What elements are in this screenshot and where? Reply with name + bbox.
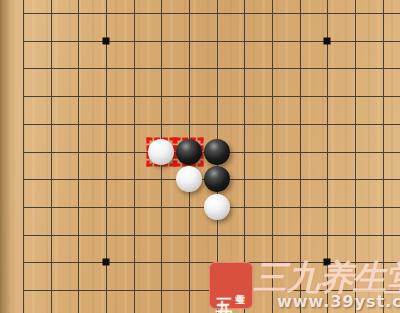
stone-white[interactable] [176, 166, 202, 192]
grid-line-horizontal [23, 41, 400, 42]
grid-line-vertical [355, 0, 356, 313]
grid-line-horizontal [23, 13, 400, 14]
star-point [103, 259, 110, 266]
stone-white[interactable] [148, 139, 174, 165]
grid-line-horizontal [23, 124, 400, 125]
seal-text-main: 三九 [216, 284, 233, 288]
watermark-url-text: www.39yst.com [277, 292, 400, 311]
grid-line-vertical [383, 0, 384, 313]
grid-line-vertical [78, 0, 79, 313]
grid-line-horizontal [23, 68, 400, 69]
stone-black[interactable] [204, 166, 230, 192]
go-board-screenshot: 三九 養生堂 三九养生堂 www.39yst.com [0, 0, 400, 313]
board-left-edge-shade [0, 0, 16, 313]
grid-line-vertical [23, 0, 24, 313]
star-point [103, 37, 110, 44]
grid-line-vertical [51, 0, 52, 313]
grid-line-vertical [300, 0, 301, 313]
grid-line-vertical [272, 0, 273, 313]
star-point [324, 37, 331, 44]
grid-line-horizontal [23, 235, 400, 236]
stone-white[interactable] [204, 194, 230, 220]
grid-line-horizontal [23, 96, 400, 97]
grid-line-vertical [134, 0, 135, 313]
watermark-seal: 三九 養生堂 [209, 262, 253, 309]
stone-black[interactable] [204, 139, 230, 165]
grid-line-vertical [327, 0, 328, 313]
grid-line-vertical [106, 0, 107, 313]
star-point [324, 259, 331, 266]
stone-black[interactable] [176, 139, 202, 165]
